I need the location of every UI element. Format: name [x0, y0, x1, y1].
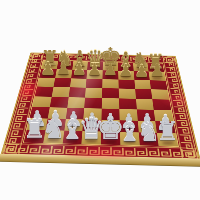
piece-gold-black-pawn-c7[interactable]: ♟: [71, 61, 86, 78]
piece-gold-black-pawn-d7[interactable]: ♟: [87, 62, 102, 79]
piece-gold-black-pawn-e7[interactable]: ♟: [103, 62, 118, 78]
piece-gold-black-pawn-g7[interactable]: ♟: [134, 62, 149, 79]
piece-gold-black-pawn-b7[interactable]: ♟: [56, 60, 72, 78]
photo-stage: ♜♞♝♛♚♝♞♜♟♟♟♟♟♟♟♟♟♟♟♟♟♟♟♟♜♞♝♛♚♝♞♜: [0, 0, 200, 200]
piece-gold-black-pawn-f7[interactable]: ♟: [119, 62, 134, 79]
pieces-layer: ♜♞♝♛♚♝♞♜♟♟♟♟♟♟♟♟♟♟♟♟♟♟♟♟♜♞♝♛♚♝♞♜: [0, 0, 200, 200]
piece-gold-black-pawn-a7[interactable]: ♟: [40, 59, 56, 77]
piece-silver-white-rook-h1[interactable]: ♜: [156, 120, 179, 146]
piece-gold-black-pawn-h7[interactable]: ♟: [149, 62, 165, 80]
